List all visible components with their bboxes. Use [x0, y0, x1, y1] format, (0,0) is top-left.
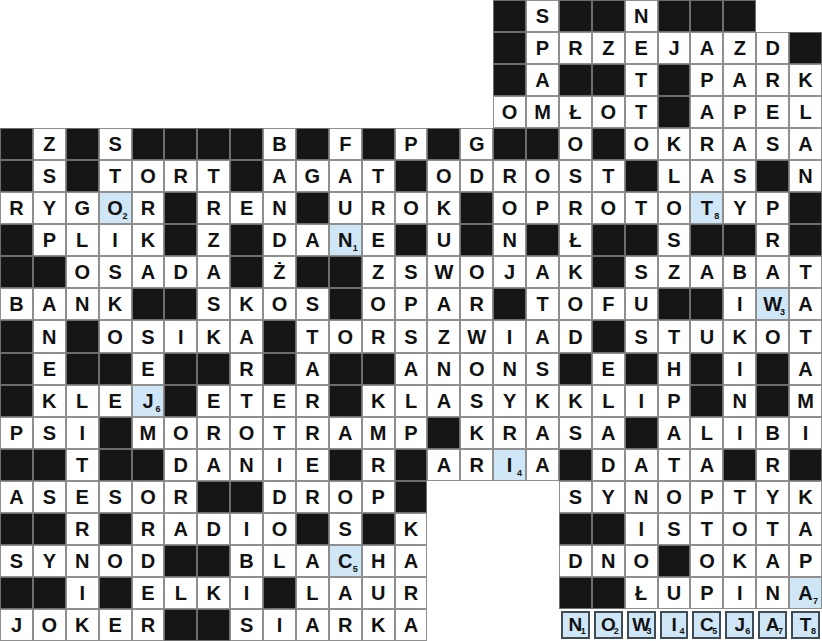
- outside-area: [427, 64, 460, 96]
- letter-cell: N: [33, 320, 66, 352]
- block-cell: [592, 256, 625, 288]
- outside-area: [263, 64, 296, 96]
- letter-cell: O: [164, 417, 197, 449]
- block-cell: [690, 385, 723, 417]
- letter-cell: B: [0, 288, 33, 320]
- letter-cell: N: [66, 288, 99, 320]
- letter-cell: E: [756, 96, 789, 128]
- letter-cell: S: [526, 0, 559, 32]
- letter-cell: T: [723, 481, 756, 513]
- letter-cell: P: [690, 577, 723, 609]
- outside-area: [33, 0, 66, 32]
- block-cell: [690, 288, 723, 320]
- letter-cell: S: [296, 288, 329, 320]
- letter-cell: S: [460, 385, 493, 417]
- letter-cell: R: [0, 192, 33, 224]
- letter-cell: P: [362, 481, 395, 513]
- outside-area: [164, 64, 197, 96]
- outside-area: [460, 545, 493, 577]
- outside-area: [263, 96, 296, 128]
- block-cell: [362, 513, 395, 545]
- cipher-cell: 2O: [99, 192, 132, 224]
- letter-cell: S: [197, 288, 230, 320]
- letter-cell: T: [690, 513, 723, 545]
- outside-area: [493, 577, 526, 609]
- block-cell: [427, 128, 460, 160]
- letter-cell: B: [756, 417, 789, 449]
- letter-cell: A: [329, 417, 362, 449]
- letter-cell: K: [789, 481, 822, 513]
- letter-cell: S: [99, 481, 132, 513]
- letter-cell: K: [395, 513, 428, 545]
- letter-cell: S: [756, 128, 789, 160]
- letter-cell: R: [690, 128, 723, 160]
- outside-area: [33, 64, 66, 96]
- letter-cell: A: [296, 545, 329, 577]
- letter-cell: R: [362, 449, 395, 481]
- letter-cell: T: [99, 160, 132, 192]
- outside-area: [362, 32, 395, 64]
- letter-cell: S: [132, 320, 165, 352]
- block-cell: [690, 224, 723, 256]
- letter-cell: M: [362, 417, 395, 449]
- letter-cell: Z: [362, 256, 395, 288]
- block-cell: [263, 577, 296, 609]
- letter-cell: T: [592, 160, 625, 192]
- block-cell: [658, 288, 691, 320]
- outside-area: [427, 96, 460, 128]
- letter-cell: T: [197, 160, 230, 192]
- letter-cell: L: [66, 224, 99, 256]
- letter-cell: P: [395, 417, 428, 449]
- letter-cell: M: [526, 96, 559, 128]
- block-cell: [0, 160, 33, 192]
- block-cell: [493, 0, 526, 32]
- letter-cell: T: [658, 449, 691, 481]
- letter-cell: S: [559, 481, 592, 513]
- outside-area: [99, 0, 132, 32]
- block-cell: [329, 353, 362, 385]
- letter-cell: A: [427, 449, 460, 481]
- solution-cell: N1: [559, 609, 592, 641]
- letter-cell: U: [329, 192, 362, 224]
- letter-cell: A: [789, 353, 822, 385]
- letter-cell: K: [362, 609, 395, 641]
- letter-cell: A: [427, 385, 460, 417]
- letter-cell: I: [723, 577, 756, 609]
- letter-cell: F: [592, 288, 625, 320]
- outside-area: [526, 545, 559, 577]
- outside-area: [164, 32, 197, 64]
- letter-cell: U: [427, 224, 460, 256]
- letter-cell: O: [99, 320, 132, 352]
- outside-area: [460, 96, 493, 128]
- letter-cell: R: [296, 417, 329, 449]
- block-cell: [658, 96, 691, 128]
- outside-area: [493, 513, 526, 545]
- block-cell: [197, 481, 230, 513]
- block-cell: [66, 128, 99, 160]
- letter-cell: B: [263, 128, 296, 160]
- outside-area: [395, 0, 428, 32]
- outside-area: [395, 64, 428, 96]
- letter-cell: E: [132, 353, 165, 385]
- block-cell: [197, 353, 230, 385]
- letter-cell: T: [789, 320, 822, 352]
- letter-cell: M: [789, 385, 822, 417]
- block-cell: [756, 385, 789, 417]
- letter-cell: B: [230, 545, 263, 577]
- block-cell: [559, 577, 592, 609]
- solution-cell: J6: [723, 609, 756, 641]
- block-cell: [559, 0, 592, 32]
- block-cell: [164, 609, 197, 641]
- outside-area: [296, 0, 329, 32]
- letter-cell: L: [592, 385, 625, 417]
- block-cell: [164, 224, 197, 256]
- block-cell: [164, 288, 197, 320]
- block-cell: [296, 513, 329, 545]
- outside-area: [460, 577, 493, 609]
- letter-cell: R: [197, 192, 230, 224]
- outside-area: [526, 481, 559, 513]
- letter-cell: P: [526, 192, 559, 224]
- block-cell: [658, 64, 691, 96]
- outside-area: [526, 577, 559, 609]
- letter-cell: R: [329, 609, 362, 641]
- letter-cell: S: [33, 160, 66, 192]
- block-cell: [362, 128, 395, 160]
- outside-area: [197, 0, 230, 32]
- outside-area: [197, 32, 230, 64]
- letter-cell: A: [625, 449, 658, 481]
- letter-cell: A: [789, 128, 822, 160]
- block-cell: [658, 0, 691, 32]
- letter-cell: O: [559, 128, 592, 160]
- block-cell: [99, 449, 132, 481]
- letter-cell: E: [362, 224, 395, 256]
- block-cell: [559, 449, 592, 481]
- block-cell: [362, 353, 395, 385]
- block-cell: [66, 320, 99, 352]
- letter-cell: A: [690, 256, 723, 288]
- letter-cell: S: [625, 320, 658, 352]
- letter-cell: E: [230, 192, 263, 224]
- letter-cell: O: [362, 288, 395, 320]
- outside-area: [263, 0, 296, 32]
- letter-cell: J: [493, 256, 526, 288]
- block-cell: [493, 32, 526, 64]
- letter-cell: I: [99, 224, 132, 256]
- block-cell: [625, 160, 658, 192]
- letter-cell: A: [756, 256, 789, 288]
- letter-cell: A: [789, 288, 822, 320]
- letter-cell: D: [197, 513, 230, 545]
- outside-area: [132, 64, 165, 96]
- block-cell: [723, 224, 756, 256]
- block-cell: [592, 513, 625, 545]
- letter-cell: T: [625, 96, 658, 128]
- letter-cell: G: [296, 160, 329, 192]
- letter-cell: K: [526, 385, 559, 417]
- letter-cell: Y: [756, 481, 789, 513]
- letter-cell: I: [164, 320, 197, 352]
- outside-area: [230, 32, 263, 64]
- letter-cell: R: [164, 160, 197, 192]
- block-cell: [395, 224, 428, 256]
- letter-cell: A: [723, 64, 756, 96]
- letter-cell: A: [789, 513, 822, 545]
- outside-area: [427, 577, 460, 609]
- cipher-cell: 1N: [329, 224, 362, 256]
- letter-cell: A: [723, 128, 756, 160]
- block-cell: [329, 385, 362, 417]
- outside-area: [0, 32, 33, 64]
- letter-cell: E: [296, 449, 329, 481]
- crossword-board: SNPRZEJAZDATPARKOMŁOTAPELZSBFPGOOKRASAST…: [0, 0, 822, 641]
- letter-cell: A: [296, 224, 329, 256]
- letter-cell: O: [329, 481, 362, 513]
- letter-cell: I: [723, 417, 756, 449]
- solution-cell: O2: [592, 609, 625, 641]
- outside-area: [526, 609, 559, 641]
- letter-cell: Y: [33, 545, 66, 577]
- letter-cell: S: [658, 513, 691, 545]
- letter-cell: R: [493, 160, 526, 192]
- outside-area: [362, 0, 395, 32]
- letter-cell: O: [756, 320, 789, 352]
- letter-cell: R: [559, 192, 592, 224]
- letter-cell: L: [789, 96, 822, 128]
- block-cell: [263, 320, 296, 352]
- letter-cell: S: [559, 417, 592, 449]
- block-cell: [493, 64, 526, 96]
- block-cell: [230, 128, 263, 160]
- outside-area: [99, 32, 132, 64]
- letter-cell: K: [789, 64, 822, 96]
- letter-cell: K: [658, 128, 691, 160]
- letter-cell: M: [132, 417, 165, 449]
- letter-cell: A: [197, 449, 230, 481]
- letter-cell: O: [132, 160, 165, 192]
- block-cell: [592, 577, 625, 609]
- letter-cell: Ł: [559, 224, 592, 256]
- letter-cell: E: [625, 32, 658, 64]
- outside-area: [756, 0, 789, 32]
- letter-cell: D: [164, 449, 197, 481]
- letter-cell: K: [197, 577, 230, 609]
- block-cell: [230, 256, 263, 288]
- letter-cell: N: [789, 160, 822, 192]
- letter-cell: S: [329, 513, 362, 545]
- letter-cell: N: [427, 353, 460, 385]
- letter-cell: R: [756, 224, 789, 256]
- letter-cell: L: [66, 385, 99, 417]
- letter-cell: I: [723, 353, 756, 385]
- letter-cell: I: [263, 449, 296, 481]
- letter-cell: A: [526, 417, 559, 449]
- letter-cell: O: [230, 417, 263, 449]
- outside-area: [33, 32, 66, 64]
- outside-area: [789, 0, 822, 32]
- letter-cell: N: [592, 545, 625, 577]
- letter-cell: A: [690, 449, 723, 481]
- letter-cell: N: [66, 545, 99, 577]
- block-cell: [625, 353, 658, 385]
- letter-cell: A: [690, 96, 723, 128]
- cipher-cell: 8T: [690, 192, 723, 224]
- outside-area: [329, 32, 362, 64]
- letter-cell: D: [592, 449, 625, 481]
- block-cell: [329, 288, 362, 320]
- letter-cell: S: [99, 256, 132, 288]
- letter-cell: I: [66, 417, 99, 449]
- letter-cell: D: [559, 320, 592, 352]
- letter-cell: A: [756, 545, 789, 577]
- letter-cell: R: [132, 609, 165, 641]
- letter-cell: A: [658, 417, 691, 449]
- letter-cell: I: [230, 577, 263, 609]
- block-cell: [756, 353, 789, 385]
- letter-cell: A: [263, 160, 296, 192]
- block-cell: [0, 385, 33, 417]
- outside-area: [132, 96, 165, 128]
- block-cell: [559, 64, 592, 96]
- letter-cell: P: [756, 192, 789, 224]
- letter-cell: H: [362, 545, 395, 577]
- block-cell: [329, 256, 362, 288]
- letter-cell: A: [296, 353, 329, 385]
- letter-cell: L: [263, 545, 296, 577]
- letter-cell: K: [559, 385, 592, 417]
- letter-cell: K: [66, 609, 99, 641]
- letter-cell: T: [230, 385, 263, 417]
- letter-cell: Z: [197, 224, 230, 256]
- solution-cell: T8: [789, 609, 822, 641]
- letter-cell: I: [789, 417, 822, 449]
- letter-cell: K: [427, 192, 460, 224]
- block-cell: [164, 192, 197, 224]
- block-cell: [99, 513, 132, 545]
- block-cell: [263, 353, 296, 385]
- letter-cell: E: [132, 577, 165, 609]
- letter-cell: D: [460, 160, 493, 192]
- letter-cell: F: [329, 128, 362, 160]
- letter-cell: O: [658, 481, 691, 513]
- letter-cell: E: [197, 385, 230, 417]
- block-cell: [164, 128, 197, 160]
- letter-cell: N: [230, 449, 263, 481]
- letter-cell: Ł: [625, 577, 658, 609]
- letter-cell: S: [99, 128, 132, 160]
- letter-cell: Y: [592, 481, 625, 513]
- block-cell: [395, 160, 428, 192]
- letter-cell: Ż: [263, 256, 296, 288]
- block-cell: [230, 224, 263, 256]
- block-cell: [427, 417, 460, 449]
- letter-cell: A: [0, 481, 33, 513]
- letter-cell: U: [625, 288, 658, 320]
- block-cell: [789, 192, 822, 224]
- letter-cell: O: [460, 353, 493, 385]
- outside-area: [460, 513, 493, 545]
- outside-area: [99, 64, 132, 96]
- letter-cell: K: [230, 288, 263, 320]
- letter-cell: O: [263, 513, 296, 545]
- letter-cell: S: [230, 609, 263, 641]
- letter-cell: P: [395, 288, 428, 320]
- block-cell: [296, 256, 329, 288]
- block-cell: [132, 128, 165, 160]
- outside-area: [197, 64, 230, 96]
- outside-area: [427, 481, 460, 513]
- letter-cell: U: [690, 320, 723, 352]
- letter-cell: O: [625, 128, 658, 160]
- letter-cell: O: [99, 545, 132, 577]
- letter-cell: A: [526, 256, 559, 288]
- letter-cell: O: [329, 320, 362, 352]
- letter-cell: S: [33, 417, 66, 449]
- outside-area: [66, 0, 99, 32]
- letter-cell: H: [658, 353, 691, 385]
- block-cell: [559, 353, 592, 385]
- block-cell: [296, 128, 329, 160]
- letter-cell: U: [362, 577, 395, 609]
- letter-cell: S: [723, 160, 756, 192]
- letter-cell: R: [66, 513, 99, 545]
- outside-area: [230, 64, 263, 96]
- letter-cell: R: [197, 417, 230, 449]
- letter-cell: T: [526, 288, 559, 320]
- letter-cell: G: [66, 192, 99, 224]
- letter-cell: R: [756, 449, 789, 481]
- letter-cell: I: [625, 513, 658, 545]
- outside-area: [460, 481, 493, 513]
- block-cell: [33, 577, 66, 609]
- letter-cell: O: [625, 545, 658, 577]
- letter-cell: Y: [723, 192, 756, 224]
- letter-cell: P: [658, 385, 691, 417]
- letter-cell: N: [493, 224, 526, 256]
- letter-cell: E: [99, 385, 132, 417]
- block-cell: [164, 353, 197, 385]
- letter-cell: B: [723, 256, 756, 288]
- block-cell: [0, 224, 33, 256]
- letter-cell: T: [362, 160, 395, 192]
- letter-cell: D: [559, 545, 592, 577]
- letter-cell: O: [263, 288, 296, 320]
- letter-cell: L: [658, 160, 691, 192]
- letter-cell: S: [0, 545, 33, 577]
- letter-cell: Z: [427, 320, 460, 352]
- outside-area: [526, 513, 559, 545]
- outside-area: [99, 96, 132, 128]
- letter-cell: J: [658, 32, 691, 64]
- letter-cell: N: [756, 577, 789, 609]
- letter-cell: N: [493, 353, 526, 385]
- outside-area: [427, 609, 460, 641]
- letter-cell: I: [625, 385, 658, 417]
- letter-cell: L: [296, 577, 329, 609]
- block-cell: [0, 513, 33, 545]
- outside-area: [66, 32, 99, 64]
- letter-cell: T: [789, 256, 822, 288]
- outside-area: [164, 96, 197, 128]
- letter-cell: L: [690, 417, 723, 449]
- block-cell: [789, 32, 822, 64]
- letter-cell: K: [197, 320, 230, 352]
- letter-cell: P: [723, 96, 756, 128]
